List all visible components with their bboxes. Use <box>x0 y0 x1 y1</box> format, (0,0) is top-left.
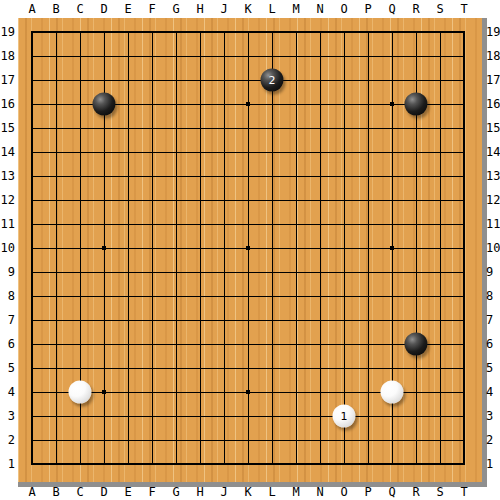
col-label-bottom-a: A <box>22 485 42 499</box>
col-label-bottom-b: B <box>46 485 66 499</box>
row-label-left-17: 17 <box>0 72 15 88</box>
row-label-left-8: 8 <box>0 288 15 304</box>
row-label-left-7: 7 <box>0 312 15 328</box>
col-label-bottom-q: Q <box>382 485 402 499</box>
col-label-top-l: L <box>262 2 282 16</box>
col-label-bottom-t: T <box>454 485 474 499</box>
row-label-left-18: 18 <box>0 48 15 64</box>
row-label-right-13: 13 <box>486 168 500 184</box>
star-point-q16 <box>390 102 394 106</box>
star-point-k10 <box>246 246 250 250</box>
star-point-q10 <box>390 246 394 250</box>
col-label-bottom-c: C <box>70 485 90 499</box>
stone-black-l17[interactable]: 2 <box>261 69 284 92</box>
col-label-bottom-n: N <box>310 485 330 499</box>
row-label-right-1: 1 <box>486 456 500 472</box>
go-board[interactable]: 21 <box>18 18 487 487</box>
col-label-bottom-k: K <box>238 485 258 499</box>
row-label-left-10: 10 <box>0 240 15 256</box>
row-label-right-14: 14 <box>486 144 500 160</box>
col-label-bottom-m: M <box>286 485 306 499</box>
row-label-right-2: 2 <box>486 432 500 448</box>
row-label-right-11: 11 <box>486 216 500 232</box>
row-label-right-4: 4 <box>486 384 500 400</box>
row-label-left-4: 4 <box>0 384 15 400</box>
col-label-top-c: C <box>70 2 90 16</box>
row-label-left-14: 14 <box>0 144 15 160</box>
row-label-right-16: 16 <box>486 96 500 112</box>
row-label-left-2: 2 <box>0 432 15 448</box>
row-label-right-7: 7 <box>486 312 500 328</box>
go-diagram: 21 ABCDEFGHJKLMNOPQRST ABCDEFGHJKLMNOPQR… <box>0 0 500 500</box>
col-label-top-t: T <box>454 2 474 16</box>
col-label-top-h: H <box>190 2 210 16</box>
col-label-top-b: B <box>46 2 66 16</box>
row-label-right-19: 19 <box>486 24 500 40</box>
col-label-top-k: K <box>238 2 258 16</box>
stone-black-r6[interactable] <box>405 333 428 356</box>
row-label-right-5: 5 <box>486 360 500 376</box>
row-label-right-6: 6 <box>486 336 500 352</box>
col-label-top-a: A <box>22 2 42 16</box>
stone-white-c4[interactable] <box>69 381 92 404</box>
row-label-left-1: 1 <box>0 456 15 472</box>
row-label-right-9: 9 <box>486 264 500 280</box>
star-point-d4 <box>102 390 106 394</box>
row-label-right-15: 15 <box>486 120 500 136</box>
col-label-bottom-o: O <box>334 485 354 499</box>
col-label-top-p: P <box>358 2 378 16</box>
row-label-left-15: 15 <box>0 120 15 136</box>
col-label-bottom-d: D <box>94 485 114 499</box>
col-label-top-f: F <box>142 2 162 16</box>
row-label-left-13: 13 <box>0 168 15 184</box>
star-point-k16 <box>246 102 250 106</box>
col-label-bottom-g: G <box>166 485 186 499</box>
stone-black-r16[interactable] <box>405 93 428 116</box>
stone-white-o3[interactable]: 1 <box>333 405 356 428</box>
row-label-right-8: 8 <box>486 288 500 304</box>
row-label-left-19: 19 <box>0 24 15 40</box>
col-label-top-o: O <box>334 2 354 16</box>
stone-black-d16[interactable] <box>93 93 116 116</box>
row-label-right-3: 3 <box>486 408 500 424</box>
row-label-right-10: 10 <box>486 240 500 256</box>
col-label-bottom-h: H <box>190 485 210 499</box>
stone-move-number: 2 <box>269 69 276 92</box>
row-label-left-6: 6 <box>0 336 15 352</box>
star-point-k4 <box>246 390 250 394</box>
row-label-left-12: 12 <box>0 192 15 208</box>
col-label-bottom-f: F <box>142 485 162 499</box>
col-label-top-e: E <box>118 2 138 16</box>
col-label-bottom-s: S <box>430 485 450 499</box>
row-label-right-18: 18 <box>486 48 500 64</box>
col-label-top-q: Q <box>382 2 402 16</box>
col-label-top-d: D <box>94 2 114 16</box>
row-label-left-3: 3 <box>0 408 15 424</box>
row-label-left-11: 11 <box>0 216 15 232</box>
col-label-bottom-p: P <box>358 485 378 499</box>
col-label-top-r: R <box>406 2 426 16</box>
stone-move-number: 1 <box>341 405 348 428</box>
star-point-d10 <box>102 246 106 250</box>
col-label-bottom-e: E <box>118 485 138 499</box>
col-label-top-m: M <box>286 2 306 16</box>
stone-white-q4[interactable] <box>381 381 404 404</box>
row-label-left-5: 5 <box>0 360 15 376</box>
col-label-top-j: J <box>214 2 234 16</box>
row-label-left-16: 16 <box>0 96 15 112</box>
col-label-bottom-l: L <box>262 485 282 499</box>
col-label-top-s: S <box>430 2 450 16</box>
col-label-top-g: G <box>166 2 186 16</box>
row-label-right-17: 17 <box>486 72 500 88</box>
row-label-left-9: 9 <box>0 264 15 280</box>
col-label-bottom-r: R <box>406 485 426 499</box>
col-label-top-n: N <box>310 2 330 16</box>
row-label-right-12: 12 <box>486 192 500 208</box>
col-label-bottom-j: J <box>214 485 234 499</box>
